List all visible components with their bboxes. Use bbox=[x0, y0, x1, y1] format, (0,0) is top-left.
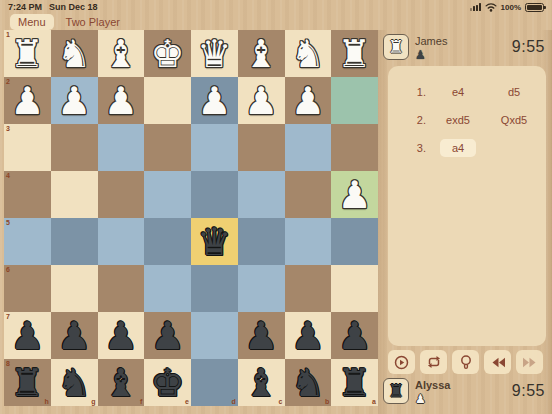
square-b8[interactable]: ♞b bbox=[285, 359, 332, 406]
player-bottom: ♜ Alyssa ♟ 9:55 bbox=[383, 377, 545, 409]
move-white-2[interactable]: exd5 bbox=[430, 114, 486, 126]
piece-wP-c2: ♟ bbox=[238, 77, 285, 124]
player-top-captured-tray: ♟ bbox=[415, 49, 426, 61]
square-h3[interactable]: 3 bbox=[4, 124, 51, 171]
square-h4[interactable]: 4 bbox=[4, 171, 51, 218]
status-bar: 7:24 PM Sun Dec 18 100% bbox=[0, 0, 552, 14]
piece-wP-h2: ♟ bbox=[4, 77, 51, 124]
cellular-signal-icon bbox=[470, 3, 481, 11]
square-b6[interactable] bbox=[285, 265, 332, 312]
wifi-icon bbox=[485, 2, 497, 12]
square-a8[interactable]: ♜a bbox=[331, 359, 378, 406]
black-rook-avatar-icon: ♜ bbox=[383, 378, 409, 404]
square-e5[interactable] bbox=[144, 218, 191, 265]
square-g5[interactable] bbox=[51, 218, 98, 265]
piece-wP-d2: ♟ bbox=[191, 77, 238, 124]
player-bottom-clock: 9:55 bbox=[512, 382, 545, 400]
status-time: 7:24 PM bbox=[8, 2, 42, 12]
square-e3[interactable] bbox=[144, 124, 191, 171]
status-date: Sun Dec 18 bbox=[49, 2, 98, 12]
square-b2[interactable]: ♟ bbox=[285, 77, 332, 124]
square-c7[interactable]: ♟ bbox=[238, 312, 285, 359]
move-black-1[interactable]: d5 bbox=[486, 86, 542, 98]
square-d1[interactable]: ♛ bbox=[191, 30, 238, 77]
piece-wP-f2: ♟ bbox=[98, 77, 145, 124]
rank-label: 5 bbox=[6, 219, 10, 226]
rank-label: 6 bbox=[6, 266, 10, 273]
piece-wR-a1: ♜ bbox=[331, 30, 378, 77]
captured-bP: ♟ bbox=[415, 49, 426, 61]
piece-wP-a4: ♟ bbox=[331, 171, 378, 218]
chess-board: ♜1♞♝♚♛♝♞♜♟2♟♟♟♟♟34♟5♛6♟7♟♟♟♟♟♟♜8h♞g♝f♚ed… bbox=[4, 30, 378, 406]
square-a2[interactable] bbox=[331, 77, 378, 124]
square-c3[interactable] bbox=[238, 124, 285, 171]
rank-label: 2 bbox=[6, 78, 10, 85]
hint-button[interactable] bbox=[452, 350, 479, 374]
move-white-3[interactable]: a4 bbox=[430, 139, 486, 157]
square-c6[interactable] bbox=[238, 265, 285, 312]
square-c8[interactable]: ♝c bbox=[238, 359, 285, 406]
square-b5[interactable] bbox=[285, 218, 332, 265]
piece-wK-e1: ♚ bbox=[144, 30, 191, 77]
file-label: g bbox=[91, 398, 95, 405]
move-number: 2. bbox=[388, 114, 430, 126]
square-b3[interactable] bbox=[285, 124, 332, 171]
rank-label: 4 bbox=[6, 172, 10, 179]
piece-bR-a8: ♜ bbox=[331, 359, 378, 406]
move-list-panel: 1.e4d52.exd5Qxd53.a4 bbox=[388, 66, 546, 346]
top-toolbar: Menu Two Player bbox=[0, 14, 120, 30]
move-row-3: 3.a4 bbox=[388, 134, 546, 162]
square-a1[interactable]: ♜ bbox=[331, 30, 378, 77]
piece-wB-c1: ♝ bbox=[238, 30, 285, 77]
forward-button[interactable] bbox=[516, 350, 543, 374]
menu-button[interactable]: Menu bbox=[10, 14, 54, 30]
square-g4[interactable] bbox=[51, 171, 98, 218]
play-button[interactable] bbox=[388, 350, 415, 374]
square-h5[interactable]: 5 bbox=[4, 218, 51, 265]
square-a4[interactable]: ♟ bbox=[331, 171, 378, 218]
sidebar: ♜ James ♟ 9:55 1.e4d52.exd5Qxd53.a4 bbox=[378, 30, 552, 414]
piece-wR-h1: ♜ bbox=[4, 30, 51, 77]
square-e6[interactable] bbox=[144, 265, 191, 312]
file-label: a bbox=[372, 398, 376, 405]
square-f3[interactable] bbox=[98, 124, 145, 171]
square-d8[interactable]: d bbox=[191, 359, 238, 406]
player-top-clock: 9:55 bbox=[512, 38, 545, 56]
captured-wP: ♟ bbox=[415, 393, 426, 405]
square-c2[interactable]: ♟ bbox=[238, 77, 285, 124]
battery-icon bbox=[525, 3, 544, 12]
square-c5[interactable] bbox=[238, 218, 285, 265]
player-top-name: James bbox=[415, 35, 447, 47]
controls-row bbox=[388, 350, 543, 374]
square-f6[interactable] bbox=[98, 265, 145, 312]
piece-bP-e7: ♟ bbox=[144, 312, 191, 359]
square-e8[interactable]: ♚e bbox=[144, 359, 191, 406]
file-label: h bbox=[44, 398, 48, 405]
square-f7[interactable]: ♟ bbox=[98, 312, 145, 359]
piece-bP-c7: ♟ bbox=[238, 312, 285, 359]
square-a6[interactable] bbox=[331, 265, 378, 312]
move-number: 3. bbox=[388, 142, 430, 154]
square-d5[interactable]: ♛ bbox=[191, 218, 238, 265]
piece-bQ-d5: ♛ bbox=[191, 218, 238, 265]
square-b4[interactable] bbox=[285, 171, 332, 218]
file-label: f bbox=[140, 398, 142, 405]
flip-board-button[interactable] bbox=[420, 350, 447, 374]
square-h6[interactable]: 6 bbox=[4, 265, 51, 312]
square-d4[interactable] bbox=[191, 171, 238, 218]
move-row-2: 2.exd5Qxd5 bbox=[388, 106, 546, 134]
square-d6[interactable] bbox=[191, 265, 238, 312]
square-c4[interactable] bbox=[238, 171, 285, 218]
battery-percent: 100% bbox=[501, 3, 521, 12]
square-g8[interactable]: ♞g bbox=[51, 359, 98, 406]
file-label: d bbox=[231, 398, 235, 405]
piece-bP-b7: ♟ bbox=[285, 312, 332, 359]
player-bottom-captured-tray: ♟ bbox=[415, 393, 426, 405]
rank-label: 1 bbox=[6, 31, 10, 38]
square-b7[interactable]: ♟ bbox=[285, 312, 332, 359]
square-f8[interactable]: ♝f bbox=[98, 359, 145, 406]
square-e7[interactable]: ♟ bbox=[144, 312, 191, 359]
piece-bB-c8: ♝ bbox=[238, 359, 285, 406]
square-b1[interactable]: ♞ bbox=[285, 30, 332, 77]
move-white-1[interactable]: e4 bbox=[430, 86, 486, 98]
piece-bP-h7: ♟ bbox=[4, 312, 51, 359]
square-h1[interactable]: ♜1 bbox=[4, 30, 51, 77]
square-f2[interactable]: ♟ bbox=[98, 77, 145, 124]
square-a3[interactable] bbox=[331, 124, 378, 171]
square-e4[interactable] bbox=[144, 171, 191, 218]
player-top: ♜ James ♟ 9:55 bbox=[383, 33, 545, 65]
piece-wN-b1: ♞ bbox=[285, 30, 332, 77]
square-e2[interactable] bbox=[144, 77, 191, 124]
rank-label: 7 bbox=[6, 313, 10, 320]
square-g6[interactable] bbox=[51, 265, 98, 312]
piece-wB-f1: ♝ bbox=[98, 30, 145, 77]
square-g7[interactable]: ♟ bbox=[51, 312, 98, 359]
square-g3[interactable] bbox=[51, 124, 98, 171]
piece-wQ-d1: ♛ bbox=[191, 30, 238, 77]
rank-label: 8 bbox=[6, 360, 10, 367]
piece-bP-a7: ♟ bbox=[331, 312, 378, 359]
square-h2[interactable]: ♟2 bbox=[4, 77, 51, 124]
player-bottom-name: Alyssa bbox=[415, 379, 450, 391]
file-label: b bbox=[325, 398, 329, 405]
square-f5[interactable] bbox=[98, 218, 145, 265]
piece-bP-g7: ♟ bbox=[51, 312, 98, 359]
square-a5[interactable] bbox=[331, 218, 378, 265]
file-label: c bbox=[279, 398, 283, 405]
rank-label: 3 bbox=[6, 125, 10, 132]
square-d3[interactable] bbox=[191, 124, 238, 171]
square-g1[interactable]: ♞ bbox=[51, 30, 98, 77]
move-row-1: 1.e4d5 bbox=[388, 78, 546, 106]
piece-bB-f8: ♝ bbox=[98, 359, 145, 406]
move-black-2[interactable]: Qxd5 bbox=[486, 114, 542, 126]
square-f4[interactable] bbox=[98, 171, 145, 218]
rewind-button[interactable] bbox=[484, 350, 511, 374]
mode-label[interactable]: Two Player bbox=[66, 16, 120, 28]
square-a7[interactable]: ♟ bbox=[331, 312, 378, 359]
square-e1[interactable]: ♚ bbox=[144, 30, 191, 77]
square-d7[interactable] bbox=[191, 312, 238, 359]
square-g2[interactable]: ♟ bbox=[51, 77, 98, 124]
square-d2[interactable]: ♟ bbox=[191, 77, 238, 124]
square-c1[interactable]: ♝ bbox=[238, 30, 285, 77]
piece-bP-f7: ♟ bbox=[98, 312, 145, 359]
square-h8[interactable]: ♜8h bbox=[4, 359, 51, 406]
move-number: 1. bbox=[388, 86, 430, 98]
square-f1[interactable]: ♝ bbox=[98, 30, 145, 77]
piece-wP-b2: ♟ bbox=[285, 77, 332, 124]
white-rook-avatar-icon: ♜ bbox=[383, 34, 409, 60]
piece-bK-e8: ♚ bbox=[144, 359, 191, 406]
piece-wP-g2: ♟ bbox=[51, 77, 98, 124]
piece-wN-g1: ♞ bbox=[51, 30, 98, 77]
file-label: e bbox=[185, 398, 189, 405]
square-h7[interactable]: ♟7 bbox=[4, 312, 51, 359]
